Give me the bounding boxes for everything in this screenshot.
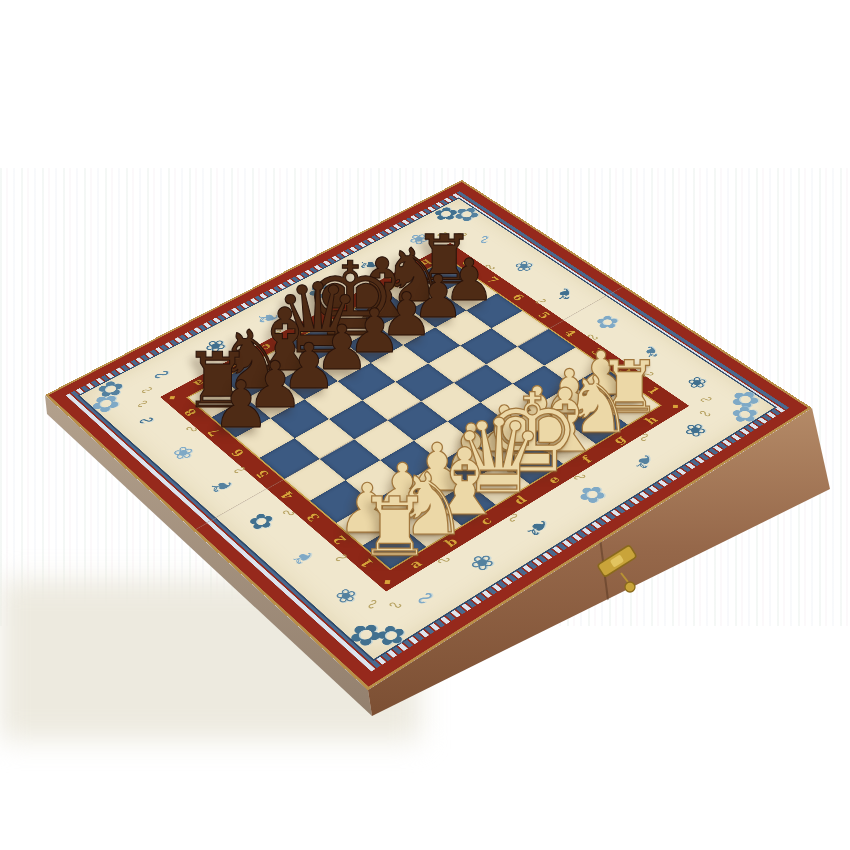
key-charm bbox=[625, 582, 635, 592]
floral-rose-ornament: ✿ bbox=[374, 618, 409, 652]
floral-leaf-ornament: ❧ bbox=[359, 255, 381, 274]
chess-box-scene: aa88bb77cc66dd55ee44ff33gg22hh11◆◆◆◆✿✿✿✿… bbox=[0, 0, 850, 850]
floral-gold-swirl: ∾ bbox=[332, 293, 347, 304]
floral-rose-ornament: ✿ bbox=[247, 508, 275, 535]
floral-bell-ornament: ❀ bbox=[172, 442, 194, 464]
floral-gold-swirl: ∾ bbox=[455, 229, 469, 239]
floral-rose-ornament: ✿ bbox=[96, 375, 124, 403]
floral-leaf-ornament: ❧ bbox=[549, 286, 580, 301]
floral-swirl-ornament: ∾ bbox=[472, 234, 496, 245]
floral-bell-ornament: ❀ bbox=[334, 584, 358, 608]
